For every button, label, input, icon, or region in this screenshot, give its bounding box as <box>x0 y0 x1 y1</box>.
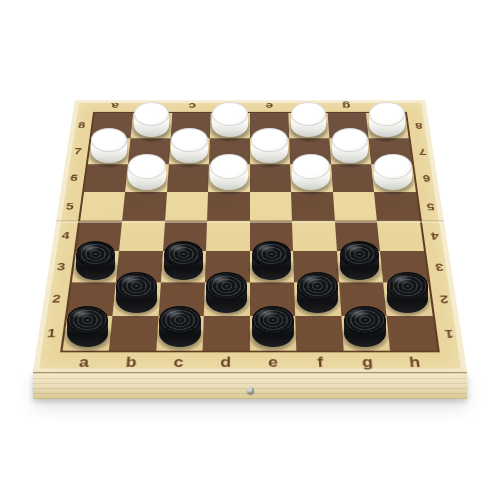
piece-black-d2[interactable] <box>206 272 247 312</box>
black-piece-top <box>387 272 428 299</box>
board-front-edge <box>33 372 467 399</box>
white-piece-top <box>251 128 287 152</box>
file-label-bottom-h: h <box>390 352 440 373</box>
piece-white-b8[interactable] <box>134 102 170 137</box>
white-piece-top <box>332 128 368 152</box>
piece-white-b6[interactable] <box>128 154 165 190</box>
piece-white-h8[interactable] <box>369 102 405 137</box>
square-h5[interactable] <box>374 192 419 221</box>
black-piece-top <box>252 306 294 334</box>
square-d1[interactable] <box>203 316 250 351</box>
square-g5[interactable] <box>332 192 376 221</box>
rank-label-right-8: 8 <box>406 113 431 138</box>
file-label-bottom-d: d <box>202 352 250 373</box>
black-piece-top <box>297 272 338 299</box>
file-label-bottom-g: g <box>343 352 392 373</box>
white-piece-top <box>292 154 329 179</box>
piece-white-e7[interactable] <box>251 128 287 164</box>
piece-black-a1[interactable] <box>67 306 109 347</box>
file-label-top-c: c <box>172 100 211 113</box>
square-f1[interactable] <box>295 316 343 351</box>
piece-white-c7[interactable] <box>171 128 207 164</box>
piece-black-g1[interactable] <box>344 306 386 347</box>
square-a5[interactable] <box>80 192 125 221</box>
white-piece-top <box>128 154 165 179</box>
piece-white-a7[interactable] <box>91 128 127 164</box>
piece-white-h6[interactable] <box>374 154 411 190</box>
square-d4[interactable] <box>206 221 249 251</box>
piece-black-c3[interactable] <box>164 241 204 280</box>
white-piece-top <box>212 102 248 126</box>
piece-black-e1[interactable] <box>252 306 294 347</box>
piece-black-e3[interactable] <box>252 241 292 280</box>
white-piece-top <box>210 154 247 179</box>
file-label-bottom-e: e <box>249 352 297 373</box>
piece-white-d8[interactable] <box>212 102 248 137</box>
black-piece-top <box>67 306 109 334</box>
square-h1[interactable] <box>386 316 436 351</box>
file-label-bottom-a: a <box>59 352 109 373</box>
rank-label-right-5: 5 <box>416 192 443 221</box>
square-b5[interactable] <box>122 192 166 221</box>
black-piece-top <box>159 306 201 334</box>
square-g6[interactable] <box>331 164 374 191</box>
file-label-top-a: a <box>94 100 134 113</box>
white-piece-top <box>91 128 127 152</box>
file-label-bottom-f: f <box>296 352 344 373</box>
file-label-bottom-b: b <box>107 352 156 373</box>
rank-label-right-4: 4 <box>420 221 448 251</box>
square-h4[interactable] <box>377 221 424 251</box>
piece-white-d6[interactable] <box>210 154 247 190</box>
piece-black-g3[interactable] <box>340 241 380 280</box>
black-piece-top <box>116 272 157 299</box>
square-c6[interactable] <box>167 164 209 191</box>
rank-label-right-1: 1 <box>433 316 464 351</box>
piece-black-h2[interactable] <box>387 272 428 312</box>
white-piece-top <box>171 128 207 152</box>
rank-label-right-2: 2 <box>429 282 459 315</box>
white-piece-top <box>291 102 327 126</box>
square-f4[interactable] <box>292 221 336 251</box>
black-piece-top <box>206 272 247 299</box>
square-b4[interactable] <box>119 221 165 251</box>
black-piece-top <box>344 306 386 334</box>
rank-label-right-6: 6 <box>413 164 440 191</box>
rank-label-right-7: 7 <box>409 138 435 164</box>
piece-white-f8[interactable] <box>291 102 327 137</box>
piece-black-a3[interactable] <box>76 241 116 280</box>
piece-white-f6[interactable] <box>292 154 329 190</box>
square-a6[interactable] <box>84 164 128 191</box>
file-label-top-e: e <box>250 100 289 113</box>
file-label-top-g: g <box>326 100 366 113</box>
square-e6[interactable] <box>250 164 291 191</box>
file-label-bottom-c: c <box>154 352 202 373</box>
square-b1[interactable] <box>109 316 158 351</box>
product-photo-scene: aa88bb77cc66dd55ee44ff33gg22hh11 <box>0 0 500 500</box>
square-c5[interactable] <box>165 192 208 221</box>
square-d5[interactable] <box>207 192 249 221</box>
white-piece-top <box>374 154 411 179</box>
piece-black-f2[interactable] <box>297 272 338 312</box>
piece-black-b2[interactable] <box>116 272 157 312</box>
piece-black-c1[interactable] <box>159 306 201 347</box>
square-f5[interactable] <box>291 192 334 221</box>
hinge-screw <box>247 387 254 394</box>
rank-label-right-3: 3 <box>424 251 453 283</box>
piece-white-g7[interactable] <box>332 128 368 164</box>
white-piece-top <box>369 102 405 126</box>
square-e5[interactable] <box>250 192 292 221</box>
